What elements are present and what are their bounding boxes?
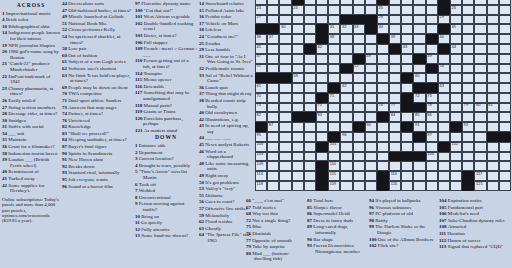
white-cell[interactable] xyxy=(487,122,499,132)
white-cell[interactable]: 35 xyxy=(450,24,462,34)
white-cell[interactable]: 41 xyxy=(255,44,267,54)
white-cell[interactable] xyxy=(474,161,486,171)
white-cell[interactable] xyxy=(279,181,291,191)
white-cell[interactable] xyxy=(462,34,474,44)
white-cell[interactable] xyxy=(365,5,377,15)
white-cell[interactable] xyxy=(316,5,328,15)
white-cell[interactable] xyxy=(292,64,304,74)
white-cell[interactable] xyxy=(304,15,316,25)
white-cell[interactable]: 75 xyxy=(316,103,328,113)
white-cell[interactable]: 49 xyxy=(426,54,438,64)
white-cell[interactable] xyxy=(340,181,352,191)
white-cell[interactable] xyxy=(340,103,352,113)
white-cell[interactable] xyxy=(401,161,413,171)
white-cell[interactable] xyxy=(413,181,425,191)
white-cell[interactable] xyxy=(413,5,425,15)
white-cell[interactable]: 120 xyxy=(389,181,401,191)
white-cell[interactable] xyxy=(267,54,279,64)
white-cell[interactable] xyxy=(401,54,413,64)
white-cell[interactable] xyxy=(267,132,279,142)
white-cell[interactable] xyxy=(365,112,377,122)
white-cell[interactable] xyxy=(462,54,474,64)
white-cell[interactable] xyxy=(499,5,511,15)
white-cell[interactable] xyxy=(438,103,450,113)
white-cell[interactable] xyxy=(365,161,377,171)
white-cell[interactable] xyxy=(279,161,291,171)
white-cell[interactable] xyxy=(340,54,352,64)
white-cell[interactable]: 61 xyxy=(255,83,267,93)
white-cell[interactable]: 52 xyxy=(353,64,365,74)
white-cell[interactable] xyxy=(450,83,462,93)
white-cell[interactable] xyxy=(413,142,425,152)
white-cell[interactable]: 100 xyxy=(255,142,267,152)
white-cell[interactable] xyxy=(304,34,316,44)
white-cell[interactable]: 78 xyxy=(426,103,438,113)
white-cell[interactable] xyxy=(353,5,365,15)
white-cell[interactable] xyxy=(450,112,462,122)
white-cell[interactable] xyxy=(292,44,304,54)
white-cell[interactable] xyxy=(438,152,450,162)
white-cell[interactable]: 28 xyxy=(377,15,389,25)
white-cell[interactable] xyxy=(401,24,413,34)
white-cell[interactable] xyxy=(450,103,462,113)
white-cell[interactable] xyxy=(450,73,462,83)
white-cell[interactable]: 25 xyxy=(377,5,389,15)
white-cell[interactable]: 90 xyxy=(365,122,377,132)
white-cell[interactable] xyxy=(499,142,511,152)
white-cell[interactable] xyxy=(353,181,365,191)
white-cell[interactable] xyxy=(304,5,316,15)
white-cell[interactable] xyxy=(462,112,474,122)
white-cell[interactable] xyxy=(401,132,413,142)
white-cell[interactable] xyxy=(426,122,438,132)
white-cell[interactable]: 106 xyxy=(426,152,438,162)
white-cell[interactable] xyxy=(487,161,499,171)
white-cell[interactable] xyxy=(499,171,511,181)
white-cell[interactable] xyxy=(353,142,365,152)
white-cell[interactable] xyxy=(450,64,462,74)
white-cell[interactable] xyxy=(316,64,328,74)
white-cell[interactable] xyxy=(340,34,352,44)
white-cell[interactable] xyxy=(487,44,499,54)
white-cell[interactable] xyxy=(413,15,425,25)
white-cell[interactable] xyxy=(474,15,486,25)
white-cell[interactable] xyxy=(340,44,352,54)
white-cell[interactable]: 60 xyxy=(413,73,425,83)
white-cell[interactable] xyxy=(377,54,389,64)
white-cell[interactable] xyxy=(450,34,462,44)
white-cell[interactable] xyxy=(462,15,474,25)
white-cell[interactable] xyxy=(487,142,499,152)
white-cell[interactable] xyxy=(377,142,389,152)
white-cell[interactable] xyxy=(377,44,389,54)
white-cell[interactable]: 62 xyxy=(340,83,352,93)
white-cell[interactable] xyxy=(499,112,511,122)
white-cell[interactable] xyxy=(499,181,511,191)
white-cell[interactable] xyxy=(450,54,462,64)
white-cell[interactable]: 101 xyxy=(328,142,340,152)
white-cell[interactable]: 103 xyxy=(255,152,267,162)
white-cell[interactable] xyxy=(426,5,438,15)
white-cell[interactable] xyxy=(426,24,438,34)
white-cell[interactable] xyxy=(462,24,474,34)
white-cell[interactable] xyxy=(304,24,316,34)
white-cell[interactable] xyxy=(353,132,365,142)
white-cell[interactable] xyxy=(365,64,377,74)
white-cell[interactable] xyxy=(438,73,450,83)
white-cell[interactable] xyxy=(377,93,389,103)
white-cell[interactable] xyxy=(499,64,511,74)
white-cell[interactable] xyxy=(279,132,291,142)
white-cell[interactable] xyxy=(413,64,425,74)
white-cell[interactable] xyxy=(340,161,352,171)
white-cell[interactable] xyxy=(389,142,401,152)
white-cell[interactable] xyxy=(328,44,340,54)
white-cell[interactable] xyxy=(365,103,377,113)
white-cell[interactable]: 39 xyxy=(389,34,401,44)
white-cell[interactable] xyxy=(316,132,328,142)
white-cell[interactable]: 81 xyxy=(487,103,499,113)
white-cell[interactable] xyxy=(353,44,365,54)
white-cell[interactable] xyxy=(462,44,474,54)
white-cell[interactable] xyxy=(328,5,340,15)
white-cell[interactable] xyxy=(353,34,365,44)
white-cell[interactable] xyxy=(304,93,316,103)
white-cell[interactable]: 72 xyxy=(413,93,425,103)
white-cell[interactable] xyxy=(316,152,328,162)
white-cell[interactable] xyxy=(499,34,511,44)
white-cell[interactable] xyxy=(413,24,425,34)
white-cell[interactable]: 82 xyxy=(255,112,267,122)
white-cell[interactable] xyxy=(499,93,511,103)
white-cell[interactable] xyxy=(389,15,401,25)
white-cell[interactable] xyxy=(279,103,291,113)
white-cell[interactable] xyxy=(389,161,401,171)
white-cell[interactable] xyxy=(487,15,499,25)
white-cell[interactable]: 24 xyxy=(292,5,304,15)
white-cell[interactable] xyxy=(401,83,413,93)
white-cell[interactable] xyxy=(389,132,401,142)
white-cell[interactable] xyxy=(426,171,438,181)
white-cell[interactable] xyxy=(292,152,304,162)
white-cell[interactable] xyxy=(462,5,474,15)
white-cell[interactable] xyxy=(365,83,377,93)
white-cell[interactable]: 29 xyxy=(438,15,450,25)
white-cell[interactable] xyxy=(377,73,389,83)
white-cell[interactable] xyxy=(365,73,377,83)
white-cell[interactable] xyxy=(316,54,328,64)
white-cell[interactable]: 117 xyxy=(474,171,486,181)
white-cell[interactable] xyxy=(499,103,511,113)
white-cell[interactable]: 40 xyxy=(438,34,450,44)
white-cell[interactable] xyxy=(279,44,291,54)
white-cell[interactable]: 91 xyxy=(413,122,425,132)
white-cell[interactable] xyxy=(340,142,352,152)
white-cell[interactable] xyxy=(267,44,279,54)
white-cell[interactable] xyxy=(353,73,365,83)
white-cell[interactable] xyxy=(487,24,499,34)
white-cell[interactable] xyxy=(450,181,462,191)
white-cell[interactable] xyxy=(474,83,486,93)
white-cell[interactable]: 34 xyxy=(377,24,389,34)
white-cell[interactable]: 76 xyxy=(377,103,389,113)
white-cell[interactable]: 47 xyxy=(255,54,267,64)
white-cell[interactable] xyxy=(340,152,352,162)
white-cell[interactable] xyxy=(365,34,377,44)
white-cell[interactable] xyxy=(279,15,291,25)
white-cell[interactable] xyxy=(304,83,316,93)
white-cell[interactable]: 115 xyxy=(328,171,340,181)
white-cell[interactable] xyxy=(413,34,425,44)
white-cell[interactable] xyxy=(462,93,474,103)
white-cell[interactable] xyxy=(377,122,389,132)
white-cell[interactable] xyxy=(438,171,450,181)
white-cell[interactable] xyxy=(279,171,291,181)
white-cell[interactable] xyxy=(487,73,499,83)
white-cell[interactable] xyxy=(292,103,304,113)
white-cell[interactable] xyxy=(487,83,499,93)
white-cell[interactable] xyxy=(499,122,511,132)
white-cell[interactable] xyxy=(316,83,328,93)
white-cell[interactable] xyxy=(462,83,474,93)
white-cell[interactable] xyxy=(304,181,316,191)
white-cell[interactable] xyxy=(267,5,279,15)
white-cell[interactable]: 33 xyxy=(353,24,365,34)
white-cell[interactable] xyxy=(353,161,365,171)
white-cell[interactable] xyxy=(292,34,304,44)
white-cell[interactable]: 30 xyxy=(279,24,291,34)
white-cell[interactable] xyxy=(292,54,304,64)
white-cell[interactable] xyxy=(279,112,291,122)
white-cell[interactable] xyxy=(450,15,462,25)
white-cell[interactable] xyxy=(499,15,511,25)
white-cell[interactable]: 85 xyxy=(413,112,425,122)
white-cell[interactable] xyxy=(474,132,486,142)
white-cell[interactable] xyxy=(316,73,328,83)
white-cell[interactable] xyxy=(328,152,340,162)
white-cell[interactable]: 118 xyxy=(255,181,267,191)
white-cell[interactable]: 84 xyxy=(389,112,401,122)
white-cell[interactable] xyxy=(389,73,401,83)
white-cell[interactable] xyxy=(474,34,486,44)
white-cell[interactable] xyxy=(401,142,413,152)
white-cell[interactable]: 87 xyxy=(267,122,279,132)
white-cell[interactable] xyxy=(304,103,316,113)
white-cell[interactable] xyxy=(304,73,316,83)
white-cell[interactable] xyxy=(389,122,401,132)
white-cell[interactable] xyxy=(377,83,389,93)
white-cell[interactable] xyxy=(401,15,413,25)
white-cell[interactable] xyxy=(474,93,486,103)
white-cell[interactable]: 121 xyxy=(474,181,486,191)
white-cell[interactable] xyxy=(292,93,304,103)
white-cell[interactable] xyxy=(426,73,438,83)
white-cell[interactable]: 96 xyxy=(340,132,352,142)
white-cell[interactable] xyxy=(267,93,279,103)
white-cell[interactable] xyxy=(474,5,486,15)
white-cell[interactable] xyxy=(462,161,474,171)
white-cell[interactable]: 110 xyxy=(328,161,340,171)
white-cell[interactable] xyxy=(267,64,279,74)
white-cell[interactable] xyxy=(328,103,340,113)
white-cell[interactable] xyxy=(401,34,413,44)
white-cell[interactable] xyxy=(267,103,279,113)
white-cell[interactable] xyxy=(340,5,352,15)
white-cell[interactable]: 63 xyxy=(438,83,450,93)
white-cell[interactable]: 86 xyxy=(426,112,438,122)
white-cell[interactable] xyxy=(438,181,450,191)
white-cell[interactable] xyxy=(413,171,425,181)
white-cell[interactable] xyxy=(389,54,401,64)
white-cell[interactable] xyxy=(304,142,316,152)
white-cell[interactable] xyxy=(279,142,291,152)
white-cell[interactable] xyxy=(279,152,291,162)
white-cell[interactable] xyxy=(438,132,450,142)
white-cell[interactable] xyxy=(279,64,291,74)
white-cell[interactable] xyxy=(389,5,401,15)
white-cell[interactable] xyxy=(340,122,352,132)
white-cell[interactable]: 51 xyxy=(255,64,267,74)
white-cell[interactable] xyxy=(474,142,486,152)
white-cell[interactable] xyxy=(304,171,316,181)
white-cell[interactable] xyxy=(499,24,511,34)
white-cell[interactable]: 42 xyxy=(316,44,328,54)
white-cell[interactable] xyxy=(279,34,291,44)
white-cell[interactable] xyxy=(450,93,462,103)
white-cell[interactable]: 48 xyxy=(365,54,377,64)
white-cell[interactable] xyxy=(340,93,352,103)
white-cell[interactable] xyxy=(474,54,486,64)
white-cell[interactable] xyxy=(377,132,389,142)
white-cell[interactable] xyxy=(401,5,413,15)
white-cell[interactable] xyxy=(279,93,291,103)
white-cell[interactable] xyxy=(365,44,377,54)
white-cell[interactable]: 79 xyxy=(462,103,474,113)
white-cell[interactable] xyxy=(279,122,291,132)
white-cell[interactable] xyxy=(487,5,499,15)
white-cell[interactable] xyxy=(389,64,401,74)
white-cell[interactable] xyxy=(499,83,511,93)
white-cell[interactable] xyxy=(426,44,438,54)
white-cell[interactable]: 109 xyxy=(255,161,267,171)
white-cell[interactable]: 44 xyxy=(450,44,462,54)
white-cell[interactable] xyxy=(279,54,291,64)
white-cell[interactable] xyxy=(450,132,462,142)
white-cell[interactable] xyxy=(462,132,474,142)
white-cell[interactable] xyxy=(292,161,304,171)
white-cell[interactable] xyxy=(353,83,365,93)
white-cell[interactable] xyxy=(474,152,486,162)
white-cell[interactable] xyxy=(462,152,474,162)
white-cell[interactable]: 73 xyxy=(426,93,438,103)
white-cell[interactable] xyxy=(389,83,401,93)
white-cell[interactable] xyxy=(328,122,340,132)
white-cell[interactable] xyxy=(267,181,279,191)
white-cell[interactable] xyxy=(365,181,377,191)
white-cell[interactable]: 38 xyxy=(328,34,340,44)
white-cell[interactable] xyxy=(487,112,499,122)
white-cell[interactable] xyxy=(474,24,486,34)
white-cell[interactable] xyxy=(267,152,279,162)
white-cell[interactable]: 70 xyxy=(255,93,267,103)
white-cell[interactable] xyxy=(377,64,389,74)
white-cell[interactable] xyxy=(279,83,291,93)
white-cell[interactable] xyxy=(292,171,304,181)
white-cell[interactable]: 31 xyxy=(328,24,340,34)
white-cell[interactable] xyxy=(377,152,389,162)
white-cell[interactable]: 58 xyxy=(292,73,304,83)
white-cell[interactable] xyxy=(365,132,377,142)
white-cell[interactable]: 43 xyxy=(401,44,413,54)
white-cell[interactable] xyxy=(353,152,365,162)
white-cell[interactable]: 97 xyxy=(426,132,438,142)
white-cell[interactable] xyxy=(438,54,450,64)
white-cell[interactable]: 54 xyxy=(438,64,450,74)
white-cell[interactable] xyxy=(413,161,425,171)
white-cell[interactable] xyxy=(353,112,365,122)
white-cell[interactable] xyxy=(365,93,377,103)
white-cell[interactable] xyxy=(267,161,279,171)
white-cell[interactable] xyxy=(304,152,316,162)
white-cell[interactable] xyxy=(304,64,316,74)
white-cell[interactable] xyxy=(487,93,499,103)
white-cell[interactable]: 32 xyxy=(340,24,352,34)
white-cell[interactable] xyxy=(353,103,365,113)
white-cell[interactable]: 102 xyxy=(450,142,462,152)
white-cell[interactable] xyxy=(462,73,474,83)
white-cell[interactable] xyxy=(462,64,474,74)
white-cell[interactable] xyxy=(267,15,279,25)
white-cell[interactable] xyxy=(438,161,450,171)
white-cell[interactable] xyxy=(340,73,352,83)
white-cell[interactable] xyxy=(316,122,328,132)
white-cell[interactable] xyxy=(426,142,438,152)
white-cell[interactable] xyxy=(328,64,340,74)
white-cell[interactable] xyxy=(426,15,438,25)
white-cell[interactable] xyxy=(304,122,316,132)
white-cell[interactable] xyxy=(474,44,486,54)
white-cell[interactable] xyxy=(474,73,486,83)
white-cell[interactable] xyxy=(389,24,401,34)
white-cell[interactable] xyxy=(340,112,352,122)
white-cell[interactable] xyxy=(328,112,340,122)
white-cell[interactable] xyxy=(450,171,462,181)
white-cell[interactable] xyxy=(340,171,352,181)
white-cell[interactable] xyxy=(487,54,499,64)
white-cell[interactable] xyxy=(438,122,450,132)
white-cell[interactable]: 36 xyxy=(255,34,267,44)
white-cell[interactable] xyxy=(462,142,474,152)
white-cell[interactable] xyxy=(474,112,486,122)
white-cell[interactable] xyxy=(426,181,438,191)
white-cell[interactable] xyxy=(438,112,450,122)
white-cell[interactable] xyxy=(292,15,304,25)
white-cell[interactable] xyxy=(328,15,340,25)
white-cell[interactable] xyxy=(292,132,304,142)
white-cell[interactable] xyxy=(292,83,304,93)
white-cell[interactable]: 114 xyxy=(255,171,267,181)
white-cell[interactable] xyxy=(304,54,316,64)
white-cell[interactable] xyxy=(377,161,389,171)
white-cell[interactable]: 74 xyxy=(255,103,267,113)
white-cell[interactable] xyxy=(365,152,377,162)
white-cell[interactable] xyxy=(438,93,450,103)
white-cell[interactable] xyxy=(292,181,304,191)
white-cell[interactable] xyxy=(450,161,462,171)
white-cell[interactable] xyxy=(267,171,279,181)
white-cell[interactable] xyxy=(267,142,279,152)
white-cell[interactable] xyxy=(499,73,511,83)
